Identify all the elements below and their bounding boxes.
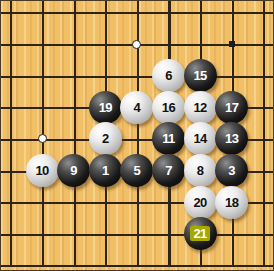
board-cell[interactable] — [0, 123, 26, 155]
stone-black[interactable]: 9 — [57, 154, 90, 187]
board-cell[interactable]: 2 — [89, 123, 121, 155]
board-cell[interactable]: 15 — [184, 60, 216, 92]
board-cell[interactable]: 11 — [153, 123, 185, 155]
board-cell[interactable] — [0, 91, 26, 123]
stone-black[interactable]: 19 — [89, 91, 122, 124]
board-cell[interactable] — [0, 28, 26, 60]
board-cell[interactable] — [58, 0, 90, 28]
board-cell[interactable] — [89, 249, 121, 271]
move-number: 14 — [193, 132, 206, 145]
move-number: 5 — [134, 164, 141, 177]
board-cell[interactable] — [58, 186, 90, 218]
board-cell[interactable] — [184, 28, 216, 60]
board-cell[interactable] — [0, 0, 26, 28]
stone-white[interactable]: 10 — [26, 154, 59, 187]
stone-white[interactable]: 18 — [215, 186, 248, 219]
move-number: 11 — [162, 132, 175, 145]
move-number: 13 — [225, 132, 238, 145]
move-number: 17 — [225, 101, 238, 114]
board-cell[interactable] — [153, 218, 185, 250]
board-cell[interactable] — [0, 186, 26, 218]
stone-black[interactable]: 11 — [152, 122, 185, 155]
board-cell[interactable] — [184, 249, 216, 271]
board-cell[interactable]: 8 — [184, 155, 216, 187]
stone-white[interactable]: 14 — [184, 122, 217, 155]
board-cell[interactable] — [247, 28, 274, 60]
board-cell[interactable]: 19 — [89, 91, 121, 123]
board-cell[interactable]: 6 — [153, 60, 185, 92]
go-diagram: 615194161217211141310915783201821 — [0, 0, 274, 271]
board-cell[interactable] — [121, 0, 153, 28]
circle-marker — [132, 40, 141, 49]
board-cell[interactable] — [58, 123, 90, 155]
board-cell[interactable] — [26, 0, 58, 28]
board-cell[interactable] — [0, 155, 26, 187]
board-cell[interactable]: 5 — [121, 155, 153, 187]
board-cell[interactable] — [89, 218, 121, 250]
stone-black[interactable]: 17 — [215, 91, 248, 124]
board-cell[interactable] — [216, 249, 248, 271]
board-intersections-grid: 615194161217211141310915783201821 — [0, 0, 274, 271]
stone-black[interactable]: 13 — [215, 122, 248, 155]
move-number: 18 — [225, 196, 238, 209]
move-number: 20 — [193, 196, 206, 209]
move-number: 6 — [165, 69, 172, 82]
board-cell[interactable] — [0, 249, 26, 271]
circle-marker — [38, 134, 47, 143]
board-cell[interactable] — [0, 60, 26, 92]
board-cell[interactable] — [121, 60, 153, 92]
move-number: 12 — [193, 101, 206, 114]
board-cell[interactable] — [0, 218, 26, 250]
board-cell[interactable] — [89, 186, 121, 218]
board-cell[interactable] — [58, 218, 90, 250]
board-cell[interactable] — [121, 186, 153, 218]
board-cell[interactable]: 18 — [216, 186, 248, 218]
board-cell[interactable]: 16 — [153, 91, 185, 123]
board-cell[interactable] — [153, 249, 185, 271]
board-cell[interactable] — [58, 28, 90, 60]
board-cell[interactable] — [247, 186, 274, 218]
board-cell[interactable] — [216, 0, 248, 28]
board-cell[interactable] — [216, 28, 248, 60]
board-cell[interactable]: 1 — [89, 155, 121, 187]
move-number: 8 — [197, 164, 204, 177]
board-cell[interactable]: 7 — [153, 155, 185, 187]
stone-black[interactable]: 3 — [215, 154, 248, 187]
move-number: 15 — [193, 69, 206, 82]
stone-white[interactable]: 2 — [89, 122, 122, 155]
board-cell[interactable] — [216, 60, 248, 92]
board-cell[interactable] — [121, 123, 153, 155]
board-cell[interactable] — [26, 91, 58, 123]
move-number: 3 — [228, 164, 235, 177]
board-cell[interactable] — [121, 218, 153, 250]
board-cell[interactable]: 3 — [216, 155, 248, 187]
move-number: 7 — [165, 164, 172, 177]
board-cell[interactable]: 9 — [58, 155, 90, 187]
board-cell[interactable] — [26, 186, 58, 218]
stone-white[interactable]: 20 — [184, 186, 217, 219]
board-cell[interactable] — [121, 28, 153, 60]
board-cell[interactable] — [153, 28, 185, 60]
stone-black[interactable]: 1 — [89, 154, 122, 187]
board-cell[interactable] — [58, 60, 90, 92]
stone-white[interactable]: 8 — [184, 154, 217, 187]
board-cell[interactable] — [184, 0, 216, 28]
board-cell[interactable] — [247, 123, 274, 155]
board-cell[interactable] — [247, 218, 274, 250]
board-cell[interactable] — [26, 28, 58, 60]
board-cell[interactable] — [26, 123, 58, 155]
board-cell[interactable] — [216, 218, 248, 250]
move-number: 4 — [134, 101, 141, 114]
stone-black[interactable]: 7 — [152, 154, 185, 187]
go-board: 615194161217211141310915783201821 — [0, 0, 274, 271]
stone-black[interactable]: 21 — [184, 217, 217, 250]
board-cell[interactable] — [153, 0, 185, 28]
board-cell[interactable] — [89, 0, 121, 28]
board-cell[interactable] — [247, 155, 274, 187]
board-cell[interactable] — [89, 28, 121, 60]
board-cell[interactable]: 10 — [26, 155, 58, 187]
board-cell[interactable] — [247, 0, 274, 28]
move-number: 19 — [99, 101, 112, 114]
stone-white[interactable]: 12 — [184, 91, 217, 124]
board-cell[interactable] — [247, 249, 274, 271]
board-cell[interactable] — [26, 218, 58, 250]
move-number: 16 — [162, 101, 175, 114]
stone-white[interactable]: 4 — [120, 91, 153, 124]
board-cell[interactable]: 21 — [184, 218, 216, 250]
move-number: 10 — [35, 164, 48, 177]
move-number: 1 — [102, 164, 109, 177]
board-cell[interactable] — [58, 91, 90, 123]
board-cell[interactable] — [26, 249, 58, 271]
board-cell[interactable]: 4 — [121, 91, 153, 123]
board-cell[interactable]: 20 — [184, 186, 216, 218]
board-cell[interactable] — [247, 91, 274, 123]
move-number: 2 — [102, 132, 109, 145]
stone-black[interactable]: 15 — [184, 59, 217, 92]
stone-black[interactable]: 5 — [120, 154, 153, 187]
board-cell[interactable] — [247, 60, 274, 92]
board-cell[interactable] — [121, 249, 153, 271]
board-cell[interactable] — [89, 60, 121, 92]
last-move-number: 21 — [190, 226, 209, 241]
board-cell[interactable] — [153, 186, 185, 218]
board-cell[interactable]: 14 — [184, 123, 216, 155]
board-cell[interactable] — [26, 60, 58, 92]
star-point-square-marker — [229, 41, 235, 47]
stone-white[interactable]: 16 — [152, 91, 185, 124]
board-cell[interactable]: 13 — [216, 123, 248, 155]
board-cell[interactable]: 17 — [216, 91, 248, 123]
board-cell[interactable] — [58, 249, 90, 271]
stone-white[interactable]: 6 — [152, 59, 185, 92]
board-cell[interactable]: 12 — [184, 91, 216, 123]
move-number: 9 — [70, 164, 77, 177]
